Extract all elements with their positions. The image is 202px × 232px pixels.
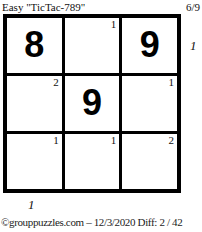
cell-r2c2[interactable]: 2 xyxy=(122,134,177,189)
row1-outside-clue: 1 xyxy=(190,39,197,52)
cell-r2c1[interactable]: 1 xyxy=(65,134,120,189)
copyright-footer: ©grouppuzzles.com – 12/3/2020 Diff: 2 / … xyxy=(1,216,202,229)
cell-r0c2[interactable]: 9 xyxy=(122,18,177,73)
corner-clue: 2 xyxy=(169,134,175,147)
puzzle-title: Easy "TicTac-789" xyxy=(2,1,85,13)
puzzle-grid: 819291112 xyxy=(3,14,181,193)
given-digit: 9 xyxy=(140,27,160,65)
cell-r1c0[interactable]: 2 xyxy=(7,76,62,131)
cell-r1c1[interactable]: 9 xyxy=(65,76,120,131)
corner-clue: 1 xyxy=(111,18,117,31)
corner-clue: 1 xyxy=(111,134,117,147)
corner-clue: 1 xyxy=(53,134,59,147)
corner-clue: 2 xyxy=(53,76,59,89)
given-digit: 9 xyxy=(82,85,102,123)
col1-outside-clue: 1 xyxy=(28,198,35,211)
cell-r0c0[interactable]: 8 xyxy=(7,18,62,73)
cell-r0c1[interactable]: 1 xyxy=(65,18,120,73)
cell-r1c2[interactable]: 1 xyxy=(122,76,177,131)
page-counter: 6/9 xyxy=(186,1,200,13)
corner-clue: 1 xyxy=(169,76,175,89)
given-digit: 8 xyxy=(24,27,44,65)
cell-r2c0[interactable]: 1 xyxy=(7,134,62,189)
